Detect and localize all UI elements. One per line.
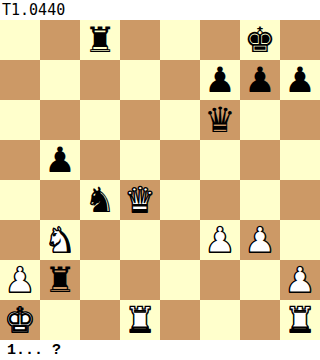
square-c6[interactable] (80, 100, 120, 140)
square-g7[interactable]: ♟ (240, 60, 280, 100)
square-g4[interactable] (240, 180, 280, 220)
square-f8[interactable] (200, 20, 240, 60)
square-d3[interactable] (120, 220, 160, 260)
square-b1[interactable] (40, 300, 80, 340)
square-a1[interactable]: ♚ (0, 300, 40, 340)
chess-board: ♜♚♟♟♟♛♟♞♛♞♟♟♟♜♟♚♜♜ (0, 20, 320, 340)
square-h8[interactable] (280, 20, 320, 60)
square-a7[interactable] (0, 60, 40, 100)
piece-black-rook: ♜ (84, 20, 115, 60)
square-c7[interactable] (80, 60, 120, 100)
square-a4[interactable] (0, 180, 40, 220)
square-h5[interactable] (280, 140, 320, 180)
square-a6[interactable] (0, 100, 40, 140)
square-g3[interactable]: ♟ (240, 220, 280, 260)
square-g2[interactable] (240, 260, 280, 300)
square-h4[interactable] (280, 180, 320, 220)
piece-white-rook: ♜ (124, 300, 155, 340)
square-e1[interactable] (160, 300, 200, 340)
square-a5[interactable] (0, 140, 40, 180)
square-a3[interactable] (0, 220, 40, 260)
square-a2[interactable]: ♟ (0, 260, 40, 300)
square-g5[interactable] (240, 140, 280, 180)
square-b3[interactable]: ♞ (40, 220, 80, 260)
square-d8[interactable] (120, 20, 160, 60)
square-a8[interactable] (0, 20, 40, 60)
square-d4[interactable]: ♛ (120, 180, 160, 220)
square-f5[interactable] (200, 140, 240, 180)
square-c5[interactable] (80, 140, 120, 180)
square-c4[interactable]: ♞ (80, 180, 120, 220)
square-e6[interactable] (160, 100, 200, 140)
piece-black-pawn: ♟ (204, 60, 235, 100)
chess-puzzle-page: T1.0440 ♜♚♟♟♟♛♟♞♛♞♟♟♟♜♟♚♜♜ 1... ? (0, 0, 320, 360)
square-g6[interactable] (240, 100, 280, 140)
square-c3[interactable] (80, 220, 120, 260)
square-e5[interactable] (160, 140, 200, 180)
piece-black-rook: ♜ (44, 260, 75, 300)
piece-white-queen: ♛ (124, 180, 155, 220)
square-b7[interactable] (40, 60, 80, 100)
piece-white-knight: ♞ (44, 220, 75, 260)
square-h7[interactable]: ♟ (280, 60, 320, 100)
square-e3[interactable] (160, 220, 200, 260)
square-e4[interactable] (160, 180, 200, 220)
piece-black-queen: ♛ (204, 100, 235, 140)
piece-white-pawn: ♟ (284, 260, 315, 300)
square-c2[interactable] (80, 260, 120, 300)
piece-white-pawn: ♟ (204, 220, 235, 260)
square-h1[interactable]: ♜ (280, 300, 320, 340)
square-b4[interactable] (40, 180, 80, 220)
square-f6[interactable]: ♛ (200, 100, 240, 140)
puzzle-id: T1.0440 (0, 0, 320, 20)
piece-white-pawn: ♟ (244, 220, 275, 260)
square-c1[interactable] (80, 300, 120, 340)
square-g8[interactable]: ♚ (240, 20, 280, 60)
square-e2[interactable] (160, 260, 200, 300)
square-d7[interactable] (120, 60, 160, 100)
move-prompt: 1... ? (0, 340, 320, 360)
square-c8[interactable]: ♜ (80, 20, 120, 60)
piece-black-knight: ♞ (84, 180, 115, 220)
square-d6[interactable] (120, 100, 160, 140)
square-g1[interactable] (240, 300, 280, 340)
square-f4[interactable] (200, 180, 240, 220)
piece-black-pawn: ♟ (44, 140, 75, 180)
square-f1[interactable] (200, 300, 240, 340)
square-d5[interactable] (120, 140, 160, 180)
square-h3[interactable] (280, 220, 320, 260)
square-f7[interactable]: ♟ (200, 60, 240, 100)
square-f3[interactable]: ♟ (200, 220, 240, 260)
piece-white-rook: ♜ (284, 300, 315, 340)
square-b2[interactable]: ♜ (40, 260, 80, 300)
square-d1[interactable]: ♜ (120, 300, 160, 340)
square-d2[interactable] (120, 260, 160, 300)
square-h2[interactable]: ♟ (280, 260, 320, 300)
square-e8[interactable] (160, 20, 200, 60)
square-b8[interactable] (40, 20, 80, 60)
square-f2[interactable] (200, 260, 240, 300)
square-b5[interactable]: ♟ (40, 140, 80, 180)
piece-white-king: ♚ (4, 300, 35, 340)
square-h6[interactable] (280, 100, 320, 140)
square-b6[interactable] (40, 100, 80, 140)
piece-black-king: ♚ (244, 20, 275, 60)
piece-black-pawn: ♟ (244, 60, 275, 100)
piece-black-pawn: ♟ (284, 60, 315, 100)
square-e7[interactable] (160, 60, 200, 100)
piece-white-pawn: ♟ (4, 260, 35, 300)
